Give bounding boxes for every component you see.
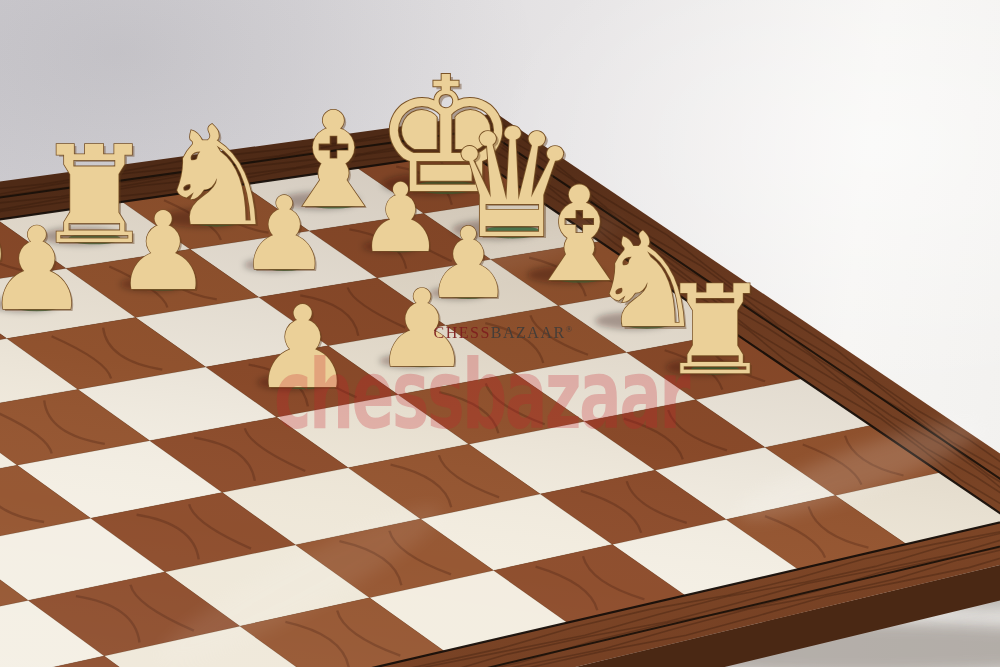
piece-glyph-pawn: ♟ [374, 267, 470, 391]
piece-glyph-pawn: ♟ [252, 281, 354, 414]
piece-pawn-b6: ♟♟ [239, 175, 332, 295]
piece-glyph-pawn: ♟ [0, 203, 88, 336]
piece-glyph-rook: ♜ [660, 259, 771, 402]
piece-glyph-pawn: ♟ [115, 189, 212, 314]
chessboard-image: ♚♚♝♝♞♞♛♛♜♜♟♟♟♟♟♟♝♝♟♟♟♟♟♟♞♞♟♟♜♜♟♟ [0, 0, 1000, 667]
chessboard: ♚♚♝♝♞♞♛♛♜♜♟♟♟♟♟♟♝♝♟♟♟♟♟♟♞♞♟♟♜♜♟♟ [0, 0, 1000, 667]
piece-pawn-d6: ♟♟ [374, 267, 472, 393]
piece-glyph-pawn: ♟ [239, 175, 330, 293]
piece-rook-e8: ♜♜ [660, 259, 773, 404]
piece-pawn-b5: ♟♟ [115, 189, 214, 316]
product-photo: ♚♚♝♝♞♞♛♛♜♜♟♟♟♟♟♟♝♝♟♟♟♟♟♟♞♞♟♟♜♜♟♟ chessba… [0, 0, 1000, 667]
piece-pawn-d5: ♟♟ [252, 281, 356, 416]
piece-pawn-b4: ♟♟ [0, 203, 90, 338]
